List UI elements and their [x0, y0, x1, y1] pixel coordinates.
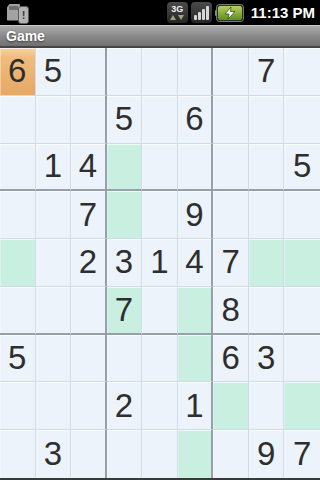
clock-time: 11:13 PM — [251, 4, 315, 21]
3g-label: 3G — [171, 5, 183, 14]
cell-r7c4[interactable] — [107, 335, 143, 383]
cell-r1c8[interactable]: 7 — [249, 48, 285, 96]
cell-r1c4[interactable] — [107, 48, 143, 96]
cell-r7c7[interactable]: 6 — [213, 335, 249, 383]
cell-r2c1[interactable] — [0, 96, 36, 144]
cell-r2c6[interactable]: 6 — [178, 96, 214, 144]
cell-r4c6[interactable]: 9 — [178, 191, 214, 239]
cell-r3c2[interactable]: 1 — [36, 144, 72, 192]
cell-r2c5[interactable] — [142, 96, 178, 144]
cell-r1c6[interactable] — [178, 48, 214, 96]
cell-r2c9[interactable] — [284, 96, 320, 144]
cell-r8c2[interactable] — [36, 382, 72, 430]
signal-bars-icon — [194, 5, 209, 20]
cell-r8c3[interactable] — [71, 382, 107, 430]
cell-r4c8[interactable] — [249, 191, 285, 239]
cell-r7c8[interactable]: 3 — [249, 335, 285, 383]
cell-r6c1[interactable] — [0, 287, 36, 335]
cell-r8c9[interactable] — [284, 382, 320, 430]
sudoku-grid: 6575614579231477856321397 — [0, 48, 320, 480]
cell-r4c3[interactable]: 7 — [71, 191, 107, 239]
cell-r3c7[interactable] — [213, 144, 249, 192]
cell-r6c6[interactable] — [178, 287, 214, 335]
title-bar: Game — [0, 25, 320, 48]
cell-r3c6[interactable] — [178, 144, 214, 192]
cell-r9c7[interactable] — [213, 430, 249, 478]
cell-r5c4[interactable]: 3 — [107, 239, 143, 287]
cell-r9c6[interactable] — [178, 430, 214, 478]
data-transfer-arrows-icon — [170, 15, 184, 20]
cell-r2c2[interactable] — [36, 96, 72, 144]
cell-r3c4[interactable] — [107, 144, 143, 192]
cell-r8c6[interactable]: 1 — [178, 382, 214, 430]
cell-r7c6[interactable] — [178, 335, 214, 383]
cell-r2c4[interactable]: 5 — [107, 96, 143, 144]
cell-r7c2[interactable] — [36, 335, 72, 383]
cell-r6c5[interactable] — [142, 287, 178, 335]
cell-r1c1[interactable]: 6 — [0, 48, 36, 96]
page-title: Game — [6, 28, 45, 44]
battery-charging-icon — [217, 5, 243, 21]
cell-r3c3[interactable]: 4 — [71, 144, 107, 192]
cell-r7c5[interactable] — [142, 335, 178, 383]
cell-r4c5[interactable] — [142, 191, 178, 239]
cell-r6c8[interactable] — [249, 287, 285, 335]
cell-r8c5[interactable] — [142, 382, 178, 430]
cell-r2c8[interactable] — [249, 96, 285, 144]
cell-r1c7[interactable] — [213, 48, 249, 96]
cell-r5c2[interactable] — [36, 239, 72, 287]
cell-r6c4[interactable]: 7 — [107, 287, 143, 335]
cell-r8c4[interactable]: 2 — [107, 382, 143, 430]
cell-r6c7[interactable]: 8 — [213, 287, 249, 335]
cell-r9c1[interactable] — [0, 430, 36, 478]
cell-r6c2[interactable] — [36, 287, 72, 335]
phone-screen: ! 3G 11:13 PM Game 657561457923147785632… — [0, 0, 320, 480]
cell-r1c2[interactable]: 5 — [36, 48, 72, 96]
cell-r3c9[interactable]: 5 — [284, 144, 320, 192]
cell-r3c8[interactable] — [249, 144, 285, 192]
cell-r1c9[interactable] — [284, 48, 320, 96]
cell-r1c3[interactable] — [71, 48, 107, 96]
cell-r9c3[interactable] — [71, 430, 107, 478]
sdcard-warning-icon: ! — [7, 3, 33, 23]
cell-r4c1[interactable] — [0, 191, 36, 239]
cell-r3c5[interactable] — [142, 144, 178, 192]
cell-r1c5[interactable] — [142, 48, 178, 96]
signal-strength-icon — [191, 2, 212, 23]
cell-r4c7[interactable] — [213, 191, 249, 239]
cell-r6c3[interactable] — [71, 287, 107, 335]
cell-r4c4[interactable] — [107, 191, 143, 239]
cell-r9c8[interactable]: 9 — [249, 430, 285, 478]
cell-r5c1[interactable] — [0, 239, 36, 287]
cell-r5c5[interactable]: 1 — [142, 239, 178, 287]
cell-r5c7[interactable]: 7 — [213, 239, 249, 287]
warning-exclamation-icon: ! — [18, 6, 29, 24]
cell-r8c7[interactable] — [213, 382, 249, 430]
cell-r5c9[interactable] — [284, 239, 320, 287]
cell-r8c8[interactable] — [249, 382, 285, 430]
cell-r9c2[interactable]: 3 — [36, 430, 72, 478]
cell-r7c9[interactable] — [284, 335, 320, 383]
cell-r7c1[interactable]: 5 — [0, 335, 36, 383]
cell-r6c9[interactable] — [284, 287, 320, 335]
cell-r9c4[interactable] — [107, 430, 143, 478]
cell-r2c7[interactable] — [213, 96, 249, 144]
cell-r8c1[interactable] — [0, 382, 36, 430]
cell-r9c9[interactable]: 7 — [284, 430, 320, 478]
cell-r3c1[interactable] — [0, 144, 36, 192]
cell-r5c8[interactable] — [249, 239, 285, 287]
lightning-bolt-icon — [225, 7, 235, 19]
cell-r9c5[interactable] — [142, 430, 178, 478]
cell-r5c3[interactable]: 2 — [71, 239, 107, 287]
cell-r5c6[interactable]: 4 — [178, 239, 214, 287]
cell-r4c2[interactable] — [36, 191, 72, 239]
mobile-data-3g-icon: 3G — [167, 2, 188, 23]
cell-r7c3[interactable] — [71, 335, 107, 383]
status-bar: ! 3G 11:13 PM — [0, 0, 320, 25]
cell-r2c3[interactable] — [71, 96, 107, 144]
cell-r4c9[interactable] — [284, 191, 320, 239]
